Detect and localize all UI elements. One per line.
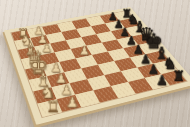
piece-black-rook-h8: ♜ [172, 68, 185, 82]
square-g8: ♞ [153, 60, 177, 74]
square-d5 [86, 42, 107, 54]
piece-white-pawn-h2: ♟ [65, 95, 78, 109]
chess-board: ♜♟♟♜♞♟♟♞♝♟♟♝♛♟♟♛♚♟♟♚♝♟♟♝♞♟♟♞♜♟♟♜ abcdefg… [4, 7, 190, 125]
square-e7: ♟ [123, 45, 145, 58]
file-label-a: a [45, 120, 58, 127]
piece-white-pawn-c2: ♟ [41, 41, 52, 53]
piece-white-rook-a1: ♜ [17, 26, 28, 38]
piece-black-bishop-f8: ♝ [153, 45, 168, 61]
square-e8: ♚ [138, 41, 160, 53]
piece-black-knight-g8: ♞ [162, 56, 176, 72]
table-surface: ♜♟♟♜♞♟♟♞♝♟♟♝♛♟♟♛♚♟♟♚♝♟♟♝♞♟♟♞♜♟♟♜ abcdefg… [0, 0, 190, 127]
piece-black-rook-a8: ♜ [121, 7, 131, 18]
board-squares: ♜♟♟♜♞♟♟♞♝♟♟♝♛♟♟♛♚♟♟♚♝♟♟♝♞♟♟♞♜♟♟♜ [11, 10, 186, 116]
square-c8: ♝ [125, 25, 146, 36]
photo-background: ♜♟♟♜♞♟♟♞♝♟♟♝♛♟♟♛♚♟♟♚♝♟♟♝♞♟♟♞♜♟♟♜ abcdefg… [0, 0, 190, 127]
